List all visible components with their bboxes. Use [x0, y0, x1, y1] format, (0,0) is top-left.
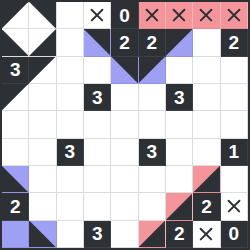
cell-r5c7[interactable]: [193, 139, 220, 166]
cell-r4c5[interactable]: [139, 111, 166, 138]
cell-r4c0[interactable]: [2, 111, 29, 138]
cell-r2c2[interactable]: [57, 57, 84, 84]
cell-r6c6[interactable]: [166, 166, 193, 193]
cell-r3c7[interactable]: [193, 84, 220, 111]
x-mark-icon: [197, 6, 215, 24]
clue-number: 3: [174, 87, 185, 106]
clue-number: 2: [147, 32, 158, 51]
cell-r0c0[interactable]: [2, 2, 29, 29]
cell-r8c8: 0: [221, 221, 248, 248]
clue-number: 3: [10, 60, 21, 79]
cell-r7c6[interactable]: [166, 193, 193, 220]
cell-r3c5[interactable]: [139, 84, 166, 111]
black-triangle: [29, 221, 56, 248]
cell-r4c6[interactable]: [166, 111, 193, 138]
cell-r5c2: 3: [57, 139, 84, 166]
shakashaka-board: 022233333122320: [0, 0, 250, 250]
cell-r7c3[interactable]: [84, 193, 111, 220]
cell-r2c1[interactable]: [29, 57, 56, 84]
cell-r0c8[interactable]: [221, 2, 248, 29]
black-triangle: [2, 166, 29, 193]
x-mark-icon: [197, 225, 215, 243]
black-triangle: [29, 57, 56, 84]
cell-r3c4[interactable]: [111, 84, 138, 111]
cell-r0c7[interactable]: [193, 2, 220, 29]
cell-r8c0[interactable]: [2, 221, 29, 248]
clue-number: 2: [174, 224, 185, 243]
cell-r1c6[interactable]: [166, 29, 193, 56]
cell-r2c7[interactable]: [193, 57, 220, 84]
cell-r4c2[interactable]: [57, 111, 84, 138]
black-triangle: [166, 29, 193, 56]
clue-number: 2: [10, 196, 21, 215]
black-triangle: [2, 84, 29, 111]
cell-r0c5[interactable]: [139, 2, 166, 29]
cell-r2c5[interactable]: [139, 57, 166, 84]
cell-r6c8[interactable]: [221, 166, 248, 193]
clue-number: 2: [229, 32, 240, 51]
cell-r6c5[interactable]: [139, 166, 166, 193]
black-triangle: [166, 193, 193, 220]
black-triangle: [29, 29, 56, 56]
cell-r1c2[interactable]: [57, 29, 84, 56]
cell-r4c7[interactable]: [193, 111, 220, 138]
black-triangle: [84, 29, 111, 56]
cell-r5c3[interactable]: [84, 139, 111, 166]
cell-r1c4: 2: [111, 29, 138, 56]
cell-r0c6[interactable]: [166, 2, 193, 29]
cell-r1c7[interactable]: [193, 29, 220, 56]
x-mark-icon: [170, 6, 188, 24]
clue-number: 2: [201, 196, 212, 215]
cell-r5c0[interactable]: [2, 139, 29, 166]
x-mark-icon: [88, 6, 106, 24]
cell-r8c3: 3: [84, 221, 111, 248]
black-triangle: [2, 29, 29, 56]
x-mark-icon: [225, 197, 243, 215]
black-triangle: [29, 2, 56, 29]
cell-r0c3[interactable]: [84, 2, 111, 29]
cell-r7c7: 2: [193, 193, 220, 220]
cell-r2c6[interactable]: [166, 57, 193, 84]
cell-r8c2[interactable]: [57, 221, 84, 248]
cell-r5c6[interactable]: [166, 139, 193, 166]
cell-r1c1[interactable]: [29, 29, 56, 56]
cell-r8c4[interactable]: [111, 221, 138, 248]
black-triangle: [111, 57, 138, 84]
cell-r3c8[interactable]: [221, 84, 248, 111]
clue-number: 2: [119, 32, 130, 51]
cell-r2c4[interactable]: [111, 57, 138, 84]
cell-r7c4[interactable]: [111, 193, 138, 220]
clue-number: 0: [119, 5, 130, 24]
cell-r3c6: 3: [166, 84, 193, 111]
black-triangle: [139, 221, 166, 248]
cell-r6c2[interactable]: [57, 166, 84, 193]
cell-r5c5: 3: [139, 139, 166, 166]
cell-r1c3[interactable]: [84, 29, 111, 56]
cell-r3c3: 3: [84, 84, 111, 111]
cell-r3c0[interactable]: [2, 84, 29, 111]
cell-r4c3[interactable]: [84, 111, 111, 138]
cell-r8c1[interactable]: [29, 221, 56, 248]
clue-number: 3: [92, 87, 103, 106]
cell-r8c5[interactable]: [139, 221, 166, 248]
x-mark-icon: [143, 6, 161, 24]
cell-r6c4[interactable]: [111, 166, 138, 193]
cell-r0c4: 0: [111, 2, 138, 29]
cell-r0c1[interactable]: [29, 2, 56, 29]
cell-r4c4[interactable]: [111, 111, 138, 138]
cell-r6c1[interactable]: [29, 166, 56, 193]
black-triangle: [193, 166, 220, 193]
cell-r2c8[interactable]: [221, 57, 248, 84]
cell-r6c0[interactable]: [2, 166, 29, 193]
cell-r8c6: 2: [166, 221, 193, 248]
clue-number: 3: [65, 142, 76, 161]
cell-r6c7[interactable]: [193, 166, 220, 193]
cell-r0c2[interactable]: [57, 2, 84, 29]
clue-number: 1: [229, 142, 240, 161]
cell-r7c8[interactable]: [221, 193, 248, 220]
cell-r7c5[interactable]: [139, 193, 166, 220]
cell-r7c2[interactable]: [57, 193, 84, 220]
cell-r6c3[interactable]: [84, 166, 111, 193]
cell-r8c7[interactable]: [193, 221, 220, 248]
clue-number: 3: [147, 142, 158, 161]
cell-r7c0: 2: [2, 193, 29, 220]
cell-r1c0[interactable]: [2, 29, 29, 56]
cell-r1c5: 2: [139, 29, 166, 56]
x-mark-icon: [225, 6, 243, 24]
black-triangle: [2, 2, 29, 29]
cell-r5c1[interactable]: [29, 139, 56, 166]
cell-r3c2[interactable]: [57, 84, 84, 111]
cell-r7c1[interactable]: [29, 193, 56, 220]
clue-number: 0: [229, 224, 240, 243]
cell-r4c1[interactable]: [29, 111, 56, 138]
cell-r4c8[interactable]: [221, 111, 248, 138]
cell-r2c3[interactable]: [84, 57, 111, 84]
cell-r5c8: 1: [221, 139, 248, 166]
cell-r3c1[interactable]: [29, 84, 56, 111]
clue-number: 3: [92, 224, 103, 243]
cell-r1c8: 2: [221, 29, 248, 56]
black-triangle: [139, 57, 166, 84]
cell-r2c0: 3: [2, 57, 29, 84]
cell-r5c4[interactable]: [111, 139, 138, 166]
